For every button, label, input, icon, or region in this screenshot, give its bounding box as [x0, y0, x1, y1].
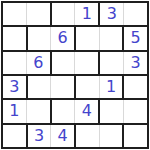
- board-cell-r1c5[interactable]: 3: [100, 3, 124, 25]
- board-cell-r4c4[interactable]: [76, 76, 100, 98]
- board-row-4: 31: [3, 76, 147, 100]
- board-cell-r3c4[interactable]: [75, 52, 100, 74]
- board-cell-r2c6[interactable]: 5: [124, 27, 147, 49]
- board: 136563311434: [1, 1, 149, 149]
- board-cell-r5c6[interactable]: [124, 100, 147, 122]
- board-cell-r4c6[interactable]: [124, 76, 147, 98]
- board-cell-r6c2[interactable]: 3: [28, 125, 52, 147]
- board-cell-r1c2[interactable]: [27, 3, 52, 25]
- board-row-3: 63: [3, 52, 147, 76]
- board-cell-r3c3[interactable]: [52, 52, 76, 74]
- board-cell-r6c3[interactable]: 4: [51, 125, 76, 147]
- board-cell-r6c5[interactable]: [100, 125, 125, 147]
- board-cell-r3c5[interactable]: [100, 52, 124, 74]
- board-cell-r4c5[interactable]: 1: [100, 76, 125, 98]
- board-cell-r5c4[interactable]: 4: [75, 100, 100, 122]
- board-cell-r5c1[interactable]: 1: [3, 100, 27, 122]
- board-cell-r1c3[interactable]: [52, 3, 76, 25]
- board-cell-r1c1[interactable]: [3, 3, 27, 25]
- board-cell-r5c2[interactable]: [27, 100, 52, 122]
- board-cell-r2c1[interactable]: [3, 27, 28, 49]
- board-cell-r5c5[interactable]: [100, 100, 124, 122]
- board-cell-r3c6[interactable]: 3: [124, 52, 147, 74]
- board-cell-r4c1[interactable]: 3: [3, 76, 28, 98]
- board-cell-r2c4[interactable]: [76, 27, 100, 49]
- board-cell-r6c1[interactable]: [3, 125, 28, 147]
- board-row-5: 14: [3, 100, 147, 124]
- board-cell-r4c2[interactable]: [28, 76, 52, 98]
- board-cell-r2c3[interactable]: 6: [51, 27, 76, 49]
- board-cell-r3c1[interactable]: [3, 52, 27, 74]
- board-cell-r2c5[interactable]: [100, 27, 125, 49]
- board-row-1: 13: [3, 3, 147, 27]
- board-cell-r5c3[interactable]: [52, 100, 76, 122]
- board-row-2: 65: [3, 27, 147, 51]
- board-cell-r6c6[interactable]: [124, 125, 147, 147]
- board-row-6: 34: [3, 125, 147, 147]
- board-cell-r4c3[interactable]: [51, 76, 76, 98]
- board-cell-r6c4[interactable]: [76, 125, 100, 147]
- board-cell-r1c6[interactable]: [124, 3, 147, 25]
- board-cell-r1c4[interactable]: 1: [75, 3, 100, 25]
- board-cell-r2c2[interactable]: [28, 27, 52, 49]
- board-cell-r3c2[interactable]: 6: [27, 52, 52, 74]
